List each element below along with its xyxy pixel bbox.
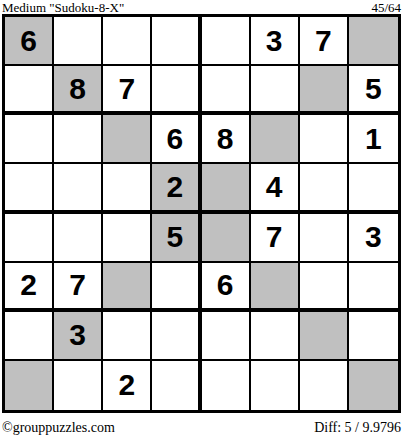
cell-r7c4[interactable] xyxy=(152,312,201,361)
puzzle-title: Medium "Sudoku-8-X" xyxy=(2,1,124,14)
cell-r1c1[interactable]: 6 xyxy=(5,17,54,66)
difficulty-text: Diff: 5 / 9.9796 xyxy=(314,421,401,435)
cell-r5c4[interactable]: 5 xyxy=(152,214,201,263)
cell-r4c3[interactable] xyxy=(103,164,152,213)
cell-r1c8[interactable] xyxy=(349,17,398,66)
cell-r1c2[interactable] xyxy=(54,17,103,66)
cell-r2c7[interactable] xyxy=(300,66,349,115)
cell-r5c7[interactable] xyxy=(300,214,349,263)
cell-r8c3[interactable]: 2 xyxy=(103,361,152,410)
cell-r4c6[interactable]: 4 xyxy=(251,164,300,213)
cell-r8c7[interactable] xyxy=(300,361,349,410)
cell-r6c6[interactable] xyxy=(251,263,300,312)
cell-r3c1[interactable] xyxy=(5,115,54,164)
cell-r4c5[interactable] xyxy=(202,164,251,213)
cell-r2c4[interactable] xyxy=(152,66,201,115)
cell-r7c7[interactable] xyxy=(300,312,349,361)
footer: ©grouppuzzles.com Diff: 5 / 9.9796 xyxy=(2,418,401,437)
cell-r2c8[interactable]: 5 xyxy=(349,66,398,115)
cell-r5c1[interactable] xyxy=(5,214,54,263)
cell-r5c6[interactable]: 7 xyxy=(251,214,300,263)
cell-r6c8[interactable] xyxy=(349,263,398,312)
cell-r7c1[interactable] xyxy=(5,312,54,361)
cell-r7c5[interactable] xyxy=(202,312,251,361)
cell-r3c8[interactable]: 1 xyxy=(349,115,398,164)
cell-r7c6[interactable] xyxy=(251,312,300,361)
cell-r8c2[interactable] xyxy=(54,361,103,410)
cell-r4c4[interactable]: 2 xyxy=(152,164,201,213)
cell-r2c2[interactable]: 8 xyxy=(54,66,103,115)
cell-r3c5[interactable]: 8 xyxy=(202,115,251,164)
cell-r5c8[interactable]: 3 xyxy=(349,214,398,263)
cell-r7c2[interactable]: 3 xyxy=(54,312,103,361)
cell-r3c6[interactable] xyxy=(251,115,300,164)
cell-r6c7[interactable] xyxy=(300,263,349,312)
cell-r1c6[interactable]: 3 xyxy=(251,17,300,66)
cell-r2c6[interactable] xyxy=(251,66,300,115)
cell-r6c4[interactable] xyxy=(152,263,201,312)
cell-r8c5[interactable] xyxy=(202,361,251,410)
cell-r3c4[interactable]: 6 xyxy=(152,115,201,164)
cell-r8c8[interactable] xyxy=(349,361,398,410)
cell-r8c1[interactable] xyxy=(5,361,54,410)
cell-r6c1[interactable]: 2 xyxy=(5,263,54,312)
cell-r4c2[interactable] xyxy=(54,164,103,213)
cell-r6c2[interactable]: 7 xyxy=(54,263,103,312)
cell-r2c1[interactable] xyxy=(5,66,54,115)
cell-r1c7[interactable]: 7 xyxy=(300,17,349,66)
copyright-text: ©grouppuzzles.com xyxy=(2,421,115,435)
cell-r3c3[interactable] xyxy=(103,115,152,164)
cell-r2c3[interactable]: 7 xyxy=(103,66,152,115)
cell-r7c3[interactable] xyxy=(103,312,152,361)
cell-r5c5[interactable] xyxy=(202,214,251,263)
cell-r7c8[interactable] xyxy=(349,312,398,361)
cell-r4c8[interactable] xyxy=(349,164,398,213)
cell-r1c3[interactable] xyxy=(103,17,152,66)
cell-r4c7[interactable] xyxy=(300,164,349,213)
cell-r1c4[interactable] xyxy=(152,17,201,66)
header: Medium "Sudoku-8-X" 45/64 xyxy=(2,0,401,14)
cell-r5c3[interactable] xyxy=(103,214,152,263)
cell-r5c2[interactable] xyxy=(54,214,103,263)
cell-r2c5[interactable] xyxy=(202,66,251,115)
remaining-counter: 45/64 xyxy=(371,1,401,14)
cell-r6c3[interactable] xyxy=(103,263,152,312)
cell-r8c6[interactable] xyxy=(251,361,300,410)
cell-r1c5[interactable] xyxy=(202,17,251,66)
cell-r6c5[interactable]: 6 xyxy=(202,263,251,312)
cell-r3c7[interactable] xyxy=(300,115,349,164)
cell-r4c1[interactable] xyxy=(5,164,54,213)
cell-r8c4[interactable] xyxy=(152,361,201,410)
cell-r3c2[interactable] xyxy=(54,115,103,164)
sudoku-board: 6378756812457327632 xyxy=(2,14,401,413)
